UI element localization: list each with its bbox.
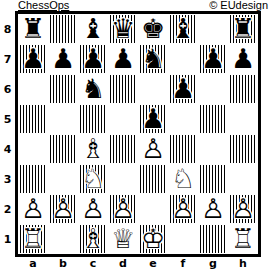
square-g7[interactable]: ♟♟ bbox=[198, 44, 228, 74]
square-g6[interactable] bbox=[198, 74, 228, 104]
white-bishop-c4[interactable]: ♝♗ bbox=[78, 134, 108, 164]
piece-glyph: ♝ bbox=[78, 14, 108, 44]
square-a2[interactable]: ♟♙ bbox=[18, 194, 48, 224]
square-h6[interactable] bbox=[228, 74, 258, 104]
square-c7[interactable]: ♟♟ bbox=[78, 44, 108, 74]
piece-glyph: ♜ bbox=[228, 14, 258, 44]
piece-glyph: ♟ bbox=[78, 44, 108, 74]
black-king-e8[interactable]: ♚♚ bbox=[138, 14, 168, 44]
piece-glyph: ♙ bbox=[18, 194, 48, 224]
square-c6[interactable]: ♞♞ bbox=[78, 74, 108, 104]
piece-glyph: ♟ bbox=[138, 104, 168, 134]
piece-glyph: ♗ bbox=[78, 224, 108, 254]
piece-glyph: ♙ bbox=[78, 194, 108, 224]
black-knight-c6[interactable]: ♞♞ bbox=[78, 74, 108, 104]
square-c4[interactable]: ♝♗ bbox=[78, 134, 108, 164]
black-pawn-g7[interactable]: ♟♟ bbox=[198, 44, 228, 74]
square-g2[interactable]: ♟♙ bbox=[198, 194, 228, 224]
square-d6[interactable] bbox=[108, 74, 138, 104]
square-g5[interactable] bbox=[198, 104, 228, 134]
piece-glyph: ♟ bbox=[228, 44, 258, 74]
white-pawn-c2[interactable]: ♟♙ bbox=[78, 194, 108, 224]
square-e5[interactable]: ♟♟ bbox=[138, 104, 168, 134]
black-rook-a8[interactable]: ♜♜ bbox=[18, 14, 48, 44]
square-d1[interactable]: ♛♕ bbox=[108, 224, 138, 254]
white-bishop-c1[interactable]: ♝♗ bbox=[78, 224, 108, 254]
square-a4[interactable] bbox=[18, 134, 48, 164]
square-h5[interactable] bbox=[228, 104, 258, 134]
black-pawn-h7[interactable]: ♟♟ bbox=[228, 44, 258, 74]
square-d8[interactable]: ♛♛ bbox=[108, 14, 138, 44]
square-e1[interactable]: ♚♔ bbox=[138, 224, 168, 254]
square-g4[interactable] bbox=[198, 134, 228, 164]
white-king-e1[interactable]: ♚♔ bbox=[138, 224, 168, 254]
black-pawn-b7[interactable]: ♟♟ bbox=[48, 44, 78, 74]
square-f2[interactable]: ♟♙ bbox=[168, 194, 198, 224]
piece-glyph: ♟ bbox=[198, 44, 228, 74]
square-c3[interactable]: ♞♘ bbox=[78, 164, 108, 194]
rank-label-4: 4 bbox=[0, 134, 15, 164]
piece-glyph: ♙ bbox=[48, 194, 78, 224]
white-pawn-e4[interactable]: ♟♙ bbox=[138, 134, 168, 164]
white-knight-c3[interactable]: ♞♘ bbox=[78, 164, 108, 194]
square-c8[interactable]: ♝♝ bbox=[78, 14, 108, 44]
square-b1[interactable] bbox=[48, 224, 78, 254]
black-knight-e7[interactable]: ♞♞ bbox=[138, 44, 168, 74]
black-pawn-d7[interactable]: ♟♟ bbox=[108, 44, 138, 74]
piece-glyph: ♖ bbox=[18, 224, 48, 254]
white-rook-h1[interactable]: ♜♖ bbox=[228, 224, 258, 254]
rank-label-5: 5 bbox=[0, 104, 15, 134]
square-e3[interactable] bbox=[138, 164, 168, 194]
square-f6[interactable]: ♟♟ bbox=[168, 74, 198, 104]
file-label-b: b bbox=[48, 257, 78, 269]
black-rook-h8[interactable]: ♜♜ bbox=[228, 14, 258, 44]
file-label-d: d bbox=[108, 257, 138, 269]
piece-glyph: ♕ bbox=[108, 224, 138, 254]
square-h1[interactable]: ♜♖ bbox=[228, 224, 258, 254]
square-a5[interactable] bbox=[18, 104, 48, 134]
square-b4[interactable] bbox=[48, 134, 78, 164]
white-pawn-b2[interactable]: ♟♙ bbox=[48, 194, 78, 224]
piece-glyph: ♛ bbox=[108, 14, 138, 44]
white-knight-f3[interactable]: ♞♘ bbox=[168, 164, 198, 194]
square-e6[interactable] bbox=[138, 74, 168, 104]
square-d7[interactable]: ♟♟ bbox=[108, 44, 138, 74]
black-queen-d8[interactable]: ♛♛ bbox=[108, 14, 138, 44]
square-a6[interactable] bbox=[18, 74, 48, 104]
white-pawn-d2[interactable]: ♟♙ bbox=[108, 194, 138, 224]
square-h8[interactable]: ♜♜ bbox=[228, 14, 258, 44]
square-b8[interactable] bbox=[48, 14, 78, 44]
board[interactable]: ♜♜♝♝♛♛♚♚♝♝♜♜♟♟♟♟♟♟♟♟♞♞♟♟♟♟♞♞♟♟♟♟♝♗♟♙♞♘♞♘… bbox=[15, 11, 261, 257]
square-h2[interactable]: ♟♙ bbox=[228, 194, 258, 224]
square-c2[interactable]: ♟♙ bbox=[78, 194, 108, 224]
white-queen-d1[interactable]: ♛♕ bbox=[108, 224, 138, 254]
square-b5[interactable] bbox=[48, 104, 78, 134]
square-a3[interactable] bbox=[18, 164, 48, 194]
square-c1[interactable]: ♝♗ bbox=[78, 224, 108, 254]
piece-glyph: ♗ bbox=[78, 134, 108, 164]
square-b3[interactable] bbox=[48, 164, 78, 194]
square-b6[interactable] bbox=[48, 74, 78, 104]
file-label-g: g bbox=[198, 257, 228, 269]
piece-glyph: ♙ bbox=[168, 194, 198, 224]
square-f8[interactable]: ♝♝ bbox=[168, 14, 198, 44]
white-pawn-h2[interactable]: ♟♙ bbox=[228, 194, 258, 224]
piece-glyph: ♙ bbox=[228, 194, 258, 224]
piece-glyph: ♟ bbox=[168, 74, 198, 104]
square-b7[interactable]: ♟♟ bbox=[48, 44, 78, 74]
square-f5[interactable] bbox=[168, 104, 198, 134]
app-title: ChessOps bbox=[18, 0, 69, 11]
piece-glyph: ♚ bbox=[138, 14, 168, 44]
copyright-text: © EUdesign bbox=[209, 0, 268, 11]
square-d2[interactable]: ♟♙ bbox=[108, 194, 138, 224]
file-label-c: c bbox=[78, 257, 108, 269]
piece-glyph: ♖ bbox=[228, 224, 258, 254]
piece-glyph: ♟ bbox=[48, 44, 78, 74]
square-f7[interactable] bbox=[168, 44, 198, 74]
piece-glyph: ♞ bbox=[138, 44, 168, 74]
square-g3[interactable] bbox=[198, 164, 228, 194]
rank-labels: 87654321 bbox=[0, 14, 15, 254]
white-pawn-a2[interactable]: ♟♙ bbox=[18, 194, 48, 224]
piece-glyph: ♝ bbox=[168, 14, 198, 44]
square-d3[interactable] bbox=[108, 164, 138, 194]
square-e7[interactable]: ♞♞ bbox=[138, 44, 168, 74]
rank-label-1: 1 bbox=[0, 224, 15, 254]
piece-glyph: ♙ bbox=[108, 194, 138, 224]
piece-glyph: ♞ bbox=[78, 74, 108, 104]
piece-glyph: ♘ bbox=[168, 164, 198, 194]
piece-glyph: ♟ bbox=[18, 44, 48, 74]
square-e2[interactable] bbox=[138, 194, 168, 224]
square-g8[interactable] bbox=[198, 14, 228, 44]
piece-glyph: ♘ bbox=[78, 164, 108, 194]
square-h7[interactable]: ♟♟ bbox=[228, 44, 258, 74]
black-pawn-c7[interactable]: ♟♟ bbox=[78, 44, 108, 74]
square-a8[interactable]: ♜♜ bbox=[18, 14, 48, 44]
square-f3[interactable]: ♞♘ bbox=[168, 164, 198, 194]
square-a1[interactable]: ♜♖ bbox=[18, 224, 48, 254]
square-f4[interactable] bbox=[168, 134, 198, 164]
square-d4[interactable] bbox=[108, 134, 138, 164]
file-label-h: h bbox=[228, 257, 258, 269]
black-pawn-a7[interactable]: ♟♟ bbox=[18, 44, 48, 74]
square-e8[interactable]: ♚♚ bbox=[138, 14, 168, 44]
piece-glyph: ♜ bbox=[18, 14, 48, 44]
file-labels: abcdefgh bbox=[18, 257, 258, 269]
square-h3[interactable] bbox=[228, 164, 258, 194]
black-bishop-f8[interactable]: ♝♝ bbox=[168, 14, 198, 44]
file-label-a: a bbox=[18, 257, 48, 269]
white-pawn-g2[interactable]: ♟♙ bbox=[198, 194, 228, 224]
file-label-f: f bbox=[168, 257, 198, 269]
rank-label-6: 6 bbox=[0, 74, 15, 104]
file-label-e: e bbox=[138, 257, 168, 269]
piece-glyph: ♙ bbox=[138, 134, 168, 164]
black-pawn-e5[interactable]: ♟♟ bbox=[138, 104, 168, 134]
square-d5[interactable] bbox=[108, 104, 138, 134]
rank-label-8: 8 bbox=[0, 14, 15, 44]
square-e4[interactable]: ♟♙ bbox=[138, 134, 168, 164]
piece-glyph: ♟ bbox=[108, 44, 138, 74]
white-pawn-f2[interactable]: ♟♙ bbox=[168, 194, 198, 224]
rank-label-7: 7 bbox=[0, 44, 15, 74]
square-b2[interactable]: ♟♙ bbox=[48, 194, 78, 224]
piece-glyph: ♔ bbox=[138, 224, 168, 254]
square-g1[interactable] bbox=[198, 224, 228, 254]
piece-glyph: ♙ bbox=[198, 194, 228, 224]
white-rook-a1[interactable]: ♜♖ bbox=[18, 224, 48, 254]
square-f1[interactable] bbox=[168, 224, 198, 254]
black-pawn-f6[interactable]: ♟♟ bbox=[168, 74, 198, 104]
rank-label-3: 3 bbox=[0, 164, 15, 194]
black-bishop-c8[interactable]: ♝♝ bbox=[78, 14, 108, 44]
square-a7[interactable]: ♟♟ bbox=[18, 44, 48, 74]
square-c5[interactable] bbox=[78, 104, 108, 134]
square-h4[interactable] bbox=[228, 134, 258, 164]
rank-label-2: 2 bbox=[0, 194, 15, 224]
